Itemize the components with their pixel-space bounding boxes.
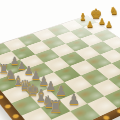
chess-piece-silver-pawn[interactable]: ♟: [68, 92, 81, 106]
chess-piece-silver-pawn[interactable]: ♟: [55, 84, 67, 97]
chess-piece-gold-knight[interactable]: ♞: [110, 6, 119, 16]
pieces-overlay: ♜♞♝♛♚♝♞♜♟♟♟♟♟♟♟♟♝♚♟♟♟♞: [0, 0, 120, 120]
chess-piece-gold-pawn[interactable]: ♟: [105, 21, 112, 29]
chess-piece-gold-pawn[interactable]: ♟: [86, 21, 93, 29]
chess-set-photo: ♜♞♝♛♚♝♞♜♟♟♟♟♟♟♟♟♝♚♟♟♟♞: [0, 0, 120, 120]
chess-piece-silver-rook[interactable]: ♜: [49, 99, 63, 115]
